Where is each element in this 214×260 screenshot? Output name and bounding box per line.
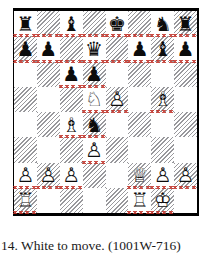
square-c8: ♝ [60, 11, 83, 36]
square-e2 [106, 163, 129, 188]
piece-black-bishop: ♝ [151, 36, 174, 61]
square-f6 [128, 62, 151, 87]
square-e1 [106, 188, 129, 213]
piece-white-pawn: ♙ [60, 163, 83, 188]
square-d5: ♞♘ [83, 87, 106, 112]
square-a8: ♜ [14, 11, 37, 36]
square-c3 [60, 137, 83, 162]
piece-black-rook: ♜ [174, 11, 197, 36]
square-e7 [106, 36, 129, 61]
piece-black-pawn: ♟ [60, 62, 83, 87]
square-g8: ♞ [151, 11, 174, 36]
square-h4 [174, 112, 197, 137]
square-c1 [60, 188, 83, 213]
square-h1 [174, 188, 197, 213]
square-d8 [83, 11, 106, 36]
square-f4 [128, 112, 151, 137]
square-g2: ♟♙ [151, 163, 174, 188]
piece-white-pawn: ♙ [106, 87, 129, 112]
square-h5 [174, 87, 197, 112]
square-f7: ♟ [128, 36, 151, 61]
piece-white-king: ♔ [151, 188, 174, 213]
chess-board: ♜♝♚♞♜♟♟♛♟♝♟♟♟♞♘♟♙♝♗♝♗♞♟♙♟♙♟♙♟♙♛♕♟♙♟♙♜♖♜♖… [14, 11, 197, 213]
piece-black-bishop: ♝ [60, 11, 83, 36]
piece-white-bishop: ♗ [60, 112, 83, 137]
square-h3 [174, 137, 197, 162]
piece-white-pawn: ♙ [14, 163, 37, 188]
scanned-chess-diagram-page: ♜♝♚♞♜♟♟♛♟♝♟♟♟♞♘♟♙♝♗♝♗♞♟♙♟♙♟♙♟♙♛♕♟♙♟♙♜♖♜♖… [0, 0, 214, 260]
piece-black-knight: ♞ [151, 11, 174, 36]
square-d1 [83, 188, 106, 213]
piece-black-pawn: ♟ [83, 62, 106, 87]
piece-white-pawn: ♙ [37, 163, 60, 188]
piece-black-king: ♚ [106, 11, 129, 36]
square-f1: ♜♖ [128, 188, 151, 213]
square-a1: ♜♖ [14, 188, 37, 213]
square-e5: ♟♙ [106, 87, 129, 112]
piece-white-knight: ♘ [83, 87, 106, 112]
square-c7 [60, 36, 83, 61]
piece-white-pawn: ♙ [83, 137, 106, 162]
square-c5 [60, 87, 83, 112]
diagram-caption: 14. White to move. (1001W-716) [1, 238, 213, 254]
square-d2 [83, 163, 106, 188]
square-b2: ♟♙ [37, 163, 60, 188]
square-f8 [128, 11, 151, 36]
square-h8: ♜ [174, 11, 197, 36]
square-b1 [37, 188, 60, 213]
square-g6 [151, 62, 174, 87]
piece-black-queen: ♛ [83, 36, 106, 61]
square-a6 [14, 62, 37, 87]
square-d6: ♟ [83, 62, 106, 87]
piece-black-pawn: ♟ [14, 36, 37, 61]
piece-white-bishop: ♗ [151, 87, 174, 112]
square-g1: ♚♔ [151, 188, 174, 213]
square-b8 [37, 11, 60, 36]
square-b6 [37, 62, 60, 87]
square-a2: ♟♙ [14, 163, 37, 188]
square-a4 [14, 112, 37, 137]
square-b3 [37, 137, 60, 162]
piece-white-pawn: ♙ [174, 163, 197, 188]
piece-white-pawn: ♙ [151, 163, 174, 188]
square-c4: ♝♗ [60, 112, 83, 137]
square-e6 [106, 62, 129, 87]
square-d7: ♛ [83, 36, 106, 61]
square-e4 [106, 112, 129, 137]
square-d4: ♞ [83, 112, 106, 137]
square-c6: ♟ [60, 62, 83, 87]
square-b4 [37, 112, 60, 137]
square-b7: ♟ [37, 36, 60, 61]
piece-white-rook: ♖ [14, 188, 37, 213]
square-c2: ♟♙ [60, 163, 83, 188]
square-b5 [37, 87, 60, 112]
piece-black-knight: ♞ [83, 112, 106, 137]
square-h7: ♟ [174, 36, 197, 61]
square-e3 [106, 137, 129, 162]
square-h6 [174, 62, 197, 87]
piece-black-pawn: ♟ [174, 36, 197, 61]
square-g5: ♝♗ [151, 87, 174, 112]
square-f2: ♛♕ [128, 163, 151, 188]
square-g7: ♝ [151, 36, 174, 61]
square-a5 [14, 87, 37, 112]
square-a3 [14, 137, 37, 162]
piece-black-pawn: ♟ [37, 36, 60, 61]
square-e8: ♚ [106, 11, 129, 36]
square-g4 [151, 112, 174, 137]
square-f3 [128, 137, 151, 162]
piece-white-queen: ♕ [128, 163, 151, 188]
piece-black-pawn: ♟ [128, 36, 151, 61]
piece-black-rook: ♜ [14, 11, 37, 36]
square-f5 [128, 87, 151, 112]
square-h2: ♟♙ [174, 163, 197, 188]
chess-board-frame: ♜♝♚♞♜♟♟♛♟♝♟♟♟♞♘♟♙♝♗♝♗♞♟♙♟♙♟♙♟♙♛♕♟♙♟♙♜♖♜♖… [13, 8, 199, 216]
square-d3: ♟♙ [83, 137, 106, 162]
piece-white-rook: ♖ [128, 188, 151, 213]
square-a7: ♟ [14, 36, 37, 61]
square-g3 [151, 137, 174, 162]
